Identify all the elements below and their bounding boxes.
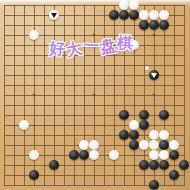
white-stone bbox=[89, 140, 99, 150]
black-stone bbox=[159, 110, 169, 120]
black-stone bbox=[129, 10, 139, 20]
black-stone bbox=[159, 160, 169, 170]
black-stone bbox=[49, 160, 59, 170]
black-stone bbox=[149, 70, 159, 80]
hoshi-point bbox=[93, 34, 96, 37]
white-stone bbox=[149, 130, 159, 140]
white-stone bbox=[109, 150, 119, 160]
black-stone bbox=[29, 170, 39, 180]
triangle-marker-icon bbox=[51, 13, 57, 18]
black-stone bbox=[109, 10, 119, 20]
white-stone bbox=[149, 150, 159, 160]
black-stone bbox=[79, 150, 89, 160]
white-stone bbox=[29, 150, 39, 160]
black-stone bbox=[69, 150, 79, 160]
black-stone bbox=[159, 140, 169, 150]
hoshi-point bbox=[153, 94, 156, 97]
black-stone bbox=[169, 150, 179, 160]
black-stone bbox=[139, 110, 149, 120]
black-stone bbox=[149, 160, 159, 170]
white-stone bbox=[149, 140, 159, 150]
white-stone bbox=[119, 0, 129, 10]
white-stone bbox=[139, 10, 149, 20]
white-stone bbox=[139, 140, 149, 150]
hoshi-point bbox=[153, 34, 156, 37]
black-stone bbox=[139, 160, 149, 170]
hoshi-point bbox=[33, 94, 36, 97]
black-stone bbox=[169, 170, 179, 180]
white-stone bbox=[149, 10, 159, 20]
white-dot-marker bbox=[145, 66, 149, 70]
black-stone bbox=[129, 140, 139, 150]
white-stone bbox=[89, 150, 99, 160]
white-stone bbox=[19, 120, 29, 130]
black-stone bbox=[119, 10, 129, 20]
black-stone bbox=[139, 20, 149, 30]
black-stone bbox=[159, 20, 169, 30]
white-stone bbox=[129, 120, 139, 130]
black-stone bbox=[129, 130, 139, 140]
white-stone bbox=[159, 130, 169, 140]
go-board-screenshot: 好大一盘棋 bbox=[0, 0, 190, 190]
hoshi-point bbox=[93, 94, 96, 97]
black-stone bbox=[119, 130, 129, 140]
black-stone bbox=[119, 110, 129, 120]
black-stone bbox=[149, 20, 159, 30]
white-stone bbox=[79, 140, 89, 150]
white-stone bbox=[159, 10, 169, 20]
white-stone bbox=[129, 0, 139, 10]
white-stone bbox=[49, 10, 59, 20]
black-stone bbox=[179, 160, 189, 170]
white-stone bbox=[169, 140, 179, 150]
white-stone bbox=[159, 150, 169, 160]
white-stone bbox=[29, 30, 39, 40]
black-stone bbox=[139, 120, 149, 130]
black-stone bbox=[149, 180, 159, 190]
triangle-marker-icon bbox=[151, 73, 157, 78]
white-stone bbox=[129, 40, 139, 50]
